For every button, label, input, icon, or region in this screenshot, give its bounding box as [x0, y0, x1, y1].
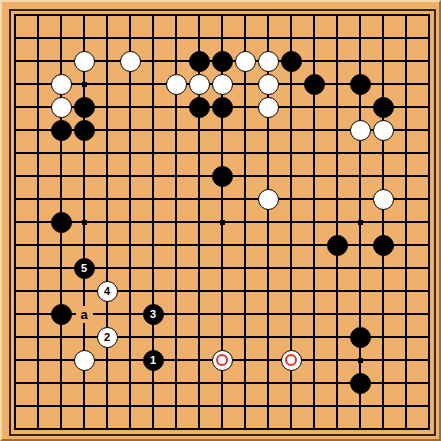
intersection-14-7	[303, 142, 326, 165]
intersection-14-16	[303, 349, 326, 372]
intersection-3-1	[50, 4, 73, 27]
intersection-10-2	[211, 27, 234, 50]
intersection-7-11	[142, 234, 165, 257]
white-stone-move-4: 4	[97, 281, 118, 302]
intersection-10-12	[211, 257, 234, 280]
intersection-6-5	[119, 96, 142, 119]
intersection-2-7	[27, 142, 50, 165]
intersection-8-12	[165, 257, 188, 280]
intersection-12-12	[257, 257, 280, 280]
intersection-4-15	[73, 326, 96, 349]
intersection-12-9	[257, 188, 280, 211]
intersection-14-4	[303, 73, 326, 96]
intersection-13-11	[280, 234, 303, 257]
white-stone-move-2: 2	[97, 327, 118, 348]
intersection-2-8	[27, 165, 50, 188]
intersection-4-7	[73, 142, 96, 165]
intersection-5-5	[96, 96, 119, 119]
intersection-19-15	[418, 326, 441, 349]
intersection-19-16	[418, 349, 441, 372]
go-board: 54a321	[4, 4, 441, 441]
intersection-17-11	[372, 234, 395, 257]
intersection-13-16	[280, 349, 303, 372]
intersection-16-1	[349, 4, 372, 27]
intersection-15-18	[326, 395, 349, 418]
intersection-10-5	[211, 96, 234, 119]
intersection-16-14	[349, 303, 372, 326]
intersection-19-10	[418, 211, 441, 234]
intersection-7-7	[142, 142, 165, 165]
intersection-2-5	[27, 96, 50, 119]
intersection-10-4	[211, 73, 234, 96]
intersection-18-16	[395, 349, 418, 372]
intersection-19-5	[418, 96, 441, 119]
intersection-3-6	[50, 119, 73, 142]
intersection-8-4	[165, 73, 188, 96]
intersection-16-4	[349, 73, 372, 96]
intersection-9-1	[188, 4, 211, 27]
intersection-14-6	[303, 119, 326, 142]
intersection-6-19	[119, 418, 142, 441]
intersection-8-13	[165, 280, 188, 303]
intersection-10-18	[211, 395, 234, 418]
intersection-17-17	[372, 372, 395, 395]
point-label-a: a	[76, 306, 93, 323]
intersection-4-10	[73, 211, 96, 234]
intersection-9-12	[188, 257, 211, 280]
intersection-4-9	[73, 188, 96, 211]
intersection-6-14	[119, 303, 142, 326]
intersection-15-9	[326, 188, 349, 211]
intersection-13-6	[280, 119, 303, 142]
white-stone	[258, 189, 279, 210]
go-board-diagram: 54a321	[0, 0, 441, 441]
intersection-5-11	[96, 234, 119, 257]
intersection-18-17	[395, 372, 418, 395]
intersection-3-3	[50, 50, 73, 73]
intersection-6-12	[119, 257, 142, 280]
intersection-17-8	[372, 165, 395, 188]
intersection-11-12	[234, 257, 257, 280]
black-stone	[51, 120, 72, 141]
intersection-12-5	[257, 96, 280, 119]
intersection-3-16	[50, 349, 73, 372]
intersection-18-1	[395, 4, 418, 27]
intersection-11-15	[234, 326, 257, 349]
intersection-14-17	[303, 372, 326, 395]
intersection-15-17	[326, 372, 349, 395]
intersection-17-10	[372, 211, 395, 234]
intersection-16-12	[349, 257, 372, 280]
intersection-11-16	[234, 349, 257, 372]
black-stone	[74, 120, 95, 141]
intersection-9-11	[188, 234, 211, 257]
intersection-4-3	[73, 50, 96, 73]
intersection-1-19	[4, 418, 27, 441]
intersection-13-17	[280, 372, 303, 395]
intersection-2-16	[27, 349, 50, 372]
intersection-19-1	[418, 4, 441, 27]
intersection-11-10	[234, 211, 257, 234]
star-point	[358, 358, 363, 363]
intersection-18-7	[395, 142, 418, 165]
intersection-14-14	[303, 303, 326, 326]
black-stone	[373, 97, 394, 118]
intersection-15-13	[326, 280, 349, 303]
intersection-16-6	[349, 119, 372, 142]
intersection-4-8	[73, 165, 96, 188]
intersection-6-13	[119, 280, 142, 303]
intersection-2-6	[27, 119, 50, 142]
white-stone	[51, 74, 72, 95]
intersection-7-17	[142, 372, 165, 395]
intersection-12-8	[257, 165, 280, 188]
intersection-8-7	[165, 142, 188, 165]
intersection-1-11	[4, 234, 27, 257]
intersection-4-18	[73, 395, 96, 418]
intersection-4-16	[73, 349, 96, 372]
intersection-3-14	[50, 303, 73, 326]
intersection-16-11	[349, 234, 372, 257]
intersection-14-3	[303, 50, 326, 73]
intersection-2-19	[27, 418, 50, 441]
black-stone	[212, 51, 233, 72]
intersection-1-14	[4, 303, 27, 326]
intersection-6-4	[119, 73, 142, 96]
intersection-19-2	[418, 27, 441, 50]
intersection-13-2	[280, 27, 303, 50]
white-stone	[373, 189, 394, 210]
intersection-9-4	[188, 73, 211, 96]
intersection-10-15	[211, 326, 234, 349]
intersection-4-5	[73, 96, 96, 119]
intersection-15-12	[326, 257, 349, 280]
intersection-14-10	[303, 211, 326, 234]
intersection-1-10	[4, 211, 27, 234]
intersection-2-17	[27, 372, 50, 395]
intersection-17-6	[372, 119, 395, 142]
intersection-11-8	[234, 165, 257, 188]
intersection-1-17	[4, 372, 27, 395]
intersection-12-4	[257, 73, 280, 96]
black-stone	[281, 51, 302, 72]
intersection-15-4	[326, 73, 349, 96]
intersection-13-19	[280, 418, 303, 441]
intersection-15-8	[326, 165, 349, 188]
white-stone	[74, 51, 95, 72]
intersection-18-15	[395, 326, 418, 349]
black-stone	[373, 235, 394, 256]
intersection-13-8	[280, 165, 303, 188]
intersection-1-7	[4, 142, 27, 165]
intersection-3-17	[50, 372, 73, 395]
intersection-19-13	[418, 280, 441, 303]
intersection-16-8	[349, 165, 372, 188]
intersection-13-15	[280, 326, 303, 349]
intersection-10-6	[211, 119, 234, 142]
intersection-3-2	[50, 27, 73, 50]
intersection-16-7	[349, 142, 372, 165]
white-stone	[258, 51, 279, 72]
intersection-10-11	[211, 234, 234, 257]
intersection-16-3	[349, 50, 372, 73]
intersection-3-15	[50, 326, 73, 349]
intersection-12-15	[257, 326, 280, 349]
intersection-19-18	[418, 395, 441, 418]
intersection-7-6	[142, 119, 165, 142]
intersection-10-9	[211, 188, 234, 211]
intersection-17-13	[372, 280, 395, 303]
intersection-11-6	[234, 119, 257, 142]
intersection-15-7	[326, 142, 349, 165]
intersection-16-16	[349, 349, 372, 372]
intersection-8-6	[165, 119, 188, 142]
intersection-17-14	[372, 303, 395, 326]
white-stone-marked	[212, 350, 233, 371]
intersection-3-5	[50, 96, 73, 119]
intersection-19-11	[418, 234, 441, 257]
intersection-18-11	[395, 234, 418, 257]
black-stone-move-3: 3	[143, 304, 164, 325]
intersection-1-18	[4, 395, 27, 418]
intersection-7-1	[142, 4, 165, 27]
intersection-12-6	[257, 119, 280, 142]
intersection-5-4	[96, 73, 119, 96]
intersection-11-4	[234, 73, 257, 96]
intersection-7-5	[142, 96, 165, 119]
intersection-8-18	[165, 395, 188, 418]
black-stone	[74, 97, 95, 118]
intersection-17-3	[372, 50, 395, 73]
intersection-16-2	[349, 27, 372, 50]
intersection-12-1	[257, 4, 280, 27]
black-stone	[51, 212, 72, 233]
intersection-16-5	[349, 96, 372, 119]
intersection-2-13	[27, 280, 50, 303]
intersection-13-4	[280, 73, 303, 96]
intersection-5-8	[96, 165, 119, 188]
intersection-2-18	[27, 395, 50, 418]
intersection-1-12	[4, 257, 27, 280]
intersection-11-13	[234, 280, 257, 303]
intersection-16-13	[349, 280, 372, 303]
intersection-7-9	[142, 188, 165, 211]
intersection-4-4	[73, 73, 96, 96]
intersection-14-13	[303, 280, 326, 303]
white-stone	[51, 97, 72, 118]
intersection-16-9	[349, 188, 372, 211]
intersection-12-19	[257, 418, 280, 441]
intersection-5-9	[96, 188, 119, 211]
star-point	[82, 82, 87, 87]
intersection-1-8	[4, 165, 27, 188]
intersection-3-10	[50, 211, 73, 234]
intersection-8-2	[165, 27, 188, 50]
intersection-11-7	[234, 142, 257, 165]
intersection-3-13	[50, 280, 73, 303]
intersection-1-6	[4, 119, 27, 142]
intersection-12-10	[257, 211, 280, 234]
intersection-5-6	[96, 119, 119, 142]
black-stone-move-1: 1	[143, 350, 164, 371]
intersection-3-19	[50, 418, 73, 441]
intersection-10-1	[211, 4, 234, 27]
intersection-19-6	[418, 119, 441, 142]
intersection-6-9	[119, 188, 142, 211]
intersection-1-16	[4, 349, 27, 372]
intersection-6-17	[119, 372, 142, 395]
intersection-2-4	[27, 73, 50, 96]
intersection-4-19	[73, 418, 96, 441]
intersection-14-18	[303, 395, 326, 418]
intersection-3-7	[50, 142, 73, 165]
intersection-11-2	[234, 27, 257, 50]
intersection-12-17	[257, 372, 280, 395]
intersection-11-17	[234, 372, 257, 395]
intersection-9-6	[188, 119, 211, 142]
intersection-9-3	[188, 50, 211, 73]
intersection-9-2	[188, 27, 211, 50]
white-stone	[235, 51, 256, 72]
intersection-13-3	[280, 50, 303, 73]
intersection-11-5	[234, 96, 257, 119]
intersection-19-12	[418, 257, 441, 280]
intersection-6-2	[119, 27, 142, 50]
star-point	[220, 220, 225, 225]
intersection-12-18	[257, 395, 280, 418]
intersection-1-15	[4, 326, 27, 349]
intersection-15-1	[326, 4, 349, 27]
intersection-7-14: 3	[142, 303, 165, 326]
white-stone	[258, 97, 279, 118]
intersection-13-18	[280, 395, 303, 418]
intersection-6-16	[119, 349, 142, 372]
intersection-5-17	[96, 372, 119, 395]
intersection-10-13	[211, 280, 234, 303]
intersection-17-5	[372, 96, 395, 119]
intersection-18-4	[395, 73, 418, 96]
intersection-5-7	[96, 142, 119, 165]
intersection-15-10	[326, 211, 349, 234]
intersection-10-8	[211, 165, 234, 188]
intersection-9-18	[188, 395, 211, 418]
intersection-7-12	[142, 257, 165, 280]
intersection-12-2	[257, 27, 280, 50]
intersection-16-19	[349, 418, 372, 441]
intersection-4-17	[73, 372, 96, 395]
intersection-19-4	[418, 73, 441, 96]
intersection-18-8	[395, 165, 418, 188]
intersection-19-8	[418, 165, 441, 188]
intersection-3-18	[50, 395, 73, 418]
intersection-14-8	[303, 165, 326, 188]
intersection-19-14	[418, 303, 441, 326]
intersection-8-14	[165, 303, 188, 326]
black-stone	[350, 327, 371, 348]
white-stone	[189, 74, 210, 95]
intersection-6-7	[119, 142, 142, 165]
intersection-5-1	[96, 4, 119, 27]
intersection-16-10	[349, 211, 372, 234]
intersection-5-16	[96, 349, 119, 372]
intersection-6-8	[119, 165, 142, 188]
intersection-2-3	[27, 50, 50, 73]
intersection-9-7	[188, 142, 211, 165]
intersection-5-12	[96, 257, 119, 280]
black-stone	[304, 74, 325, 95]
intersection-6-11	[119, 234, 142, 257]
intersection-13-12	[280, 257, 303, 280]
intersection-13-14	[280, 303, 303, 326]
intersection-9-10	[188, 211, 211, 234]
intersection-6-3	[119, 50, 142, 73]
intersection-15-19	[326, 418, 349, 441]
intersection-17-12	[372, 257, 395, 280]
intersection-7-3	[142, 50, 165, 73]
intersection-15-2	[326, 27, 349, 50]
black-stone	[327, 235, 348, 256]
white-stone	[258, 74, 279, 95]
intersection-18-12	[395, 257, 418, 280]
intersection-17-2	[372, 27, 395, 50]
white-stone-marked	[281, 350, 302, 371]
black-stone	[350, 373, 371, 394]
intersection-18-18	[395, 395, 418, 418]
intersection-18-5	[395, 96, 418, 119]
intersection-1-1	[4, 4, 27, 27]
intersection-2-11	[27, 234, 50, 257]
intersection-9-17	[188, 372, 211, 395]
white-stone	[166, 74, 187, 95]
black-stone	[212, 166, 233, 187]
intersection-8-9	[165, 188, 188, 211]
intersection-1-5	[4, 96, 27, 119]
intersection-1-2	[4, 27, 27, 50]
intersection-1-4	[4, 73, 27, 96]
intersection-11-19	[234, 418, 257, 441]
intersection-10-17	[211, 372, 234, 395]
intersection-11-9	[234, 188, 257, 211]
intersection-19-9	[418, 188, 441, 211]
intersection-5-3	[96, 50, 119, 73]
intersection-1-9	[4, 188, 27, 211]
intersection-18-13	[395, 280, 418, 303]
intersection-5-2	[96, 27, 119, 50]
circle-mark	[285, 354, 297, 366]
intersection-9-9	[188, 188, 211, 211]
intersection-7-10	[142, 211, 165, 234]
intersection-14-2	[303, 27, 326, 50]
intersection-15-6	[326, 119, 349, 142]
intersection-17-1	[372, 4, 395, 27]
intersection-15-15	[326, 326, 349, 349]
intersection-13-1	[280, 4, 303, 27]
black-stone	[51, 304, 72, 325]
intersection-18-14	[395, 303, 418, 326]
intersection-11-3	[234, 50, 257, 73]
intersection-7-18	[142, 395, 165, 418]
intersection-17-15	[372, 326, 395, 349]
intersection-19-19	[418, 418, 441, 441]
intersection-11-11	[234, 234, 257, 257]
intersection-17-16	[372, 349, 395, 372]
intersection-14-19	[303, 418, 326, 441]
intersection-12-13	[257, 280, 280, 303]
intersection-2-10	[27, 211, 50, 234]
intersection-4-11	[73, 234, 96, 257]
intersection-9-19	[188, 418, 211, 441]
intersection-19-7	[418, 142, 441, 165]
